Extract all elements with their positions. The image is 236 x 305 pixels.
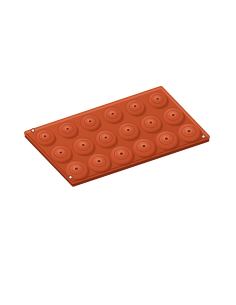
cavity-center-hole bbox=[187, 130, 190, 132]
cavity-center-hole bbox=[142, 145, 145, 147]
cavity-center-hole bbox=[156, 98, 158, 100]
cavity-center-hole bbox=[59, 151, 62, 153]
corner-hole bbox=[202, 135, 205, 138]
cavity-center-hole bbox=[75, 168, 78, 170]
cavity-center-hole bbox=[149, 121, 152, 123]
cavity-center-hole bbox=[89, 120, 91, 122]
cavity-center-hole bbox=[165, 138, 168, 140]
corner-hole bbox=[31, 129, 34, 132]
cavity-center-hole bbox=[120, 153, 123, 155]
silicone-mold-image bbox=[0, 0, 236, 305]
cavity-center-hole bbox=[111, 113, 113, 115]
corner-hole bbox=[69, 176, 72, 179]
cavity-center-hole bbox=[104, 136, 107, 138]
cavity-center-hole bbox=[134, 105, 136, 107]
cavity-center-hole bbox=[172, 114, 175, 116]
cavity-center-hole bbox=[127, 129, 130, 131]
product-photo-canvas bbox=[0, 0, 236, 305]
cavity-center-hole bbox=[66, 128, 68, 130]
cavity-center-hole bbox=[82, 144, 85, 146]
cavity-center-hole bbox=[97, 160, 100, 162]
cavity-center-hole bbox=[44, 135, 46, 137]
